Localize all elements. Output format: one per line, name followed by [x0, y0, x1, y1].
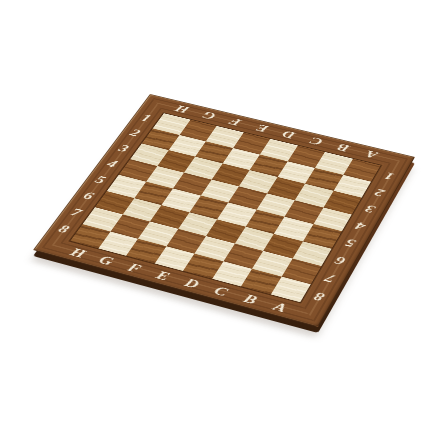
chessboard: HGFEDCBA HGFEDCBA 12345678 12345678 — [33, 94, 415, 327]
chessboard-scene: HGFEDCBA HGFEDCBA 12345678 12345678 — [0, 0, 423, 423]
